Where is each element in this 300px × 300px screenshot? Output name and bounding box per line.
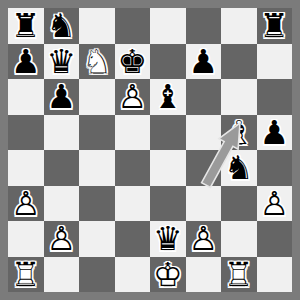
square-h1[interactable]	[257, 257, 293, 293]
square-d6[interactable]: ♙	[115, 79, 151, 115]
piece-black-queen[interactable]: ♛	[44, 44, 80, 80]
piece-white-knight[interactable]: ♘	[79, 44, 115, 80]
piece-white-rook[interactable]: ♖	[221, 257, 257, 293]
piece-black-knight[interactable]: ♞	[221, 150, 257, 186]
square-c8[interactable]	[79, 8, 115, 44]
square-b4[interactable]	[44, 150, 80, 186]
square-d1[interactable]	[115, 257, 151, 293]
square-c3[interactable]	[79, 186, 115, 222]
square-e7[interactable]	[150, 44, 186, 80]
piece-black-pawn[interactable]: ♟	[186, 44, 222, 80]
piece-black-king[interactable]: ♚	[115, 44, 151, 80]
piece-white-rook[interactable]: ♖	[8, 257, 44, 293]
square-c7[interactable]: ♘	[79, 44, 115, 80]
square-c4[interactable]	[79, 150, 115, 186]
piece-black-pawn[interactable]: ♟	[44, 79, 80, 115]
square-c1[interactable]	[79, 257, 115, 293]
square-d7[interactable]: ♚	[115, 44, 151, 80]
square-g2[interactable]	[221, 221, 257, 257]
piece-white-pawn[interactable]: ♙	[186, 221, 222, 257]
square-e4[interactable]	[150, 150, 186, 186]
square-c5[interactable]	[79, 115, 115, 151]
piece-black-knight[interactable]: ♞	[44, 8, 80, 44]
square-f7[interactable]: ♟	[186, 44, 222, 80]
piece-black-pawn[interactable]: ♟	[257, 115, 293, 151]
square-e6[interactable]: ♝	[150, 79, 186, 115]
square-g8[interactable]	[221, 8, 257, 44]
square-f5[interactable]	[186, 115, 222, 151]
square-h2[interactable]	[257, 221, 293, 257]
square-a3[interactable]: ♙	[8, 186, 44, 222]
square-h4[interactable]	[257, 150, 293, 186]
square-a5[interactable]	[8, 115, 44, 151]
piece-black-pawn[interactable]: ♟	[8, 44, 44, 80]
square-e1[interactable]: ♔	[150, 257, 186, 293]
square-d8[interactable]	[115, 8, 151, 44]
square-a7[interactable]: ♟	[8, 44, 44, 80]
square-d3[interactable]	[115, 186, 151, 222]
square-a6[interactable]	[8, 79, 44, 115]
chess-board-frame: ♜♞♜♟♛♘♚♟♟♙♝♗♟♞♙♙♙♛♙♖♔♖	[0, 0, 300, 300]
square-g5[interactable]: ♗	[221, 115, 257, 151]
square-h7[interactable]	[257, 44, 293, 80]
square-b1[interactable]	[44, 257, 80, 293]
square-e8[interactable]	[150, 8, 186, 44]
square-d4[interactable]	[115, 150, 151, 186]
square-b5[interactable]	[44, 115, 80, 151]
square-c6[interactable]	[79, 79, 115, 115]
square-a4[interactable]	[8, 150, 44, 186]
square-g3[interactable]	[221, 186, 257, 222]
square-a8[interactable]: ♜	[8, 8, 44, 44]
square-f8[interactable]	[186, 8, 222, 44]
square-f4[interactable]	[186, 150, 222, 186]
square-b8[interactable]: ♞	[44, 8, 80, 44]
chess-board: ♜♞♜♟♛♘♚♟♟♙♝♗♟♞♙♙♙♛♙♖♔♖	[8, 8, 292, 292]
piece-white-pawn[interactable]: ♙	[115, 79, 151, 115]
square-g1[interactable]: ♖	[221, 257, 257, 293]
piece-black-rook[interactable]: ♜	[257, 8, 293, 44]
square-f3[interactable]	[186, 186, 222, 222]
square-f6[interactable]	[186, 79, 222, 115]
square-a1[interactable]: ♖	[8, 257, 44, 293]
piece-black-rook[interactable]: ♜	[8, 8, 44, 44]
square-e5[interactable]	[150, 115, 186, 151]
square-b2[interactable]: ♙	[44, 221, 80, 257]
square-h8[interactable]: ♜	[257, 8, 293, 44]
piece-white-king[interactable]: ♔	[150, 257, 186, 293]
square-d5[interactable]	[115, 115, 151, 151]
square-c2[interactable]	[79, 221, 115, 257]
piece-black-queen[interactable]: ♛	[150, 221, 186, 257]
square-d2[interactable]	[115, 221, 151, 257]
square-e3[interactable]	[150, 186, 186, 222]
square-f2[interactable]: ♙	[186, 221, 222, 257]
square-h5[interactable]: ♟	[257, 115, 293, 151]
piece-white-pawn[interactable]: ♙	[257, 186, 293, 222]
square-e2[interactable]: ♛	[150, 221, 186, 257]
square-h3[interactable]: ♙	[257, 186, 293, 222]
square-f1[interactable]	[186, 257, 222, 293]
piece-white-bishop[interactable]: ♗	[221, 115, 257, 151]
piece-black-bishop[interactable]: ♝	[150, 79, 186, 115]
square-a2[interactable]	[8, 221, 44, 257]
piece-white-pawn[interactable]: ♙	[44, 221, 80, 257]
square-g6[interactable]	[221, 79, 257, 115]
square-b6[interactable]: ♟	[44, 79, 80, 115]
square-g7[interactable]	[221, 44, 257, 80]
square-g4[interactable]: ♞	[221, 150, 257, 186]
square-h6[interactable]	[257, 79, 293, 115]
piece-white-pawn[interactable]: ♙	[8, 186, 44, 222]
square-b3[interactable]	[44, 186, 80, 222]
square-b7[interactable]: ♛	[44, 44, 80, 80]
